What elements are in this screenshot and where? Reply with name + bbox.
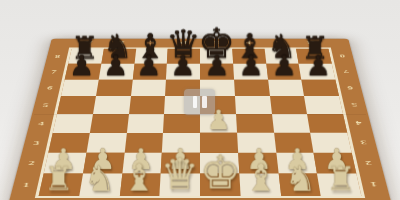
file-labels-top: ABCDEFGH (72, 40, 328, 46)
square-h2: ♟ (314, 153, 357, 174)
piece-white-knight-b1: ♞ (83, 161, 114, 196)
chess-photo: ♜♞♝♛♚♝♞♜♟♟♟♟♟♟♟♟♟♟♟♟♟♟♟♟♜♞♝♛♚♝♞♜ 8765432… (0, 0, 400, 200)
square-c6 (130, 80, 166, 97)
square-c1: ♝ (119, 174, 161, 196)
piece-black-knight-b8: ♞ (103, 31, 133, 64)
file-label-e: E (200, 40, 232, 46)
square-g2: ♟ (276, 153, 317, 174)
square-a8: ♜ (68, 49, 103, 64)
rank-label-2: 2 (358, 153, 379, 174)
square-c4 (126, 114, 164, 133)
piece-black-bishop-f8: ♝ (234, 30, 265, 64)
square-e8: ♚ (200, 49, 233, 64)
square-e2 (200, 153, 239, 174)
rank-label-6: 6 (41, 80, 59, 97)
square-h8: ♜ (296, 49, 331, 64)
rank-label-1: 1 (363, 174, 385, 196)
square-h6 (301, 80, 339, 97)
square-b3 (86, 133, 126, 153)
rank-label-8: 8 (49, 49, 66, 64)
square-f6 (234, 80, 270, 97)
rank-label-5: 5 (36, 96, 55, 114)
square-e1: ♚ (200, 174, 240, 196)
rank-label-7: 7 (45, 64, 63, 80)
square-f4 (236, 114, 274, 133)
square-f7: ♟ (233, 64, 268, 80)
square-g6 (268, 80, 305, 97)
rank-label-8: 8 (334, 49, 351, 64)
square-c5 (129, 96, 166, 114)
square-g7: ♟ (266, 64, 302, 80)
square-g1: ♞ (278, 174, 321, 196)
square-d1: ♛ (160, 174, 200, 196)
square-b7: ♟ (99, 64, 135, 80)
file-label-f: F (232, 40, 264, 46)
square-e4: ♟ (200, 114, 237, 133)
square-a3 (48, 133, 89, 153)
piece-black-rook-a8: ♜ (71, 32, 99, 63)
square-f1: ♝ (239, 174, 281, 196)
piece-black-knight-g8: ♞ (267, 31, 297, 64)
square-b4 (90, 114, 129, 133)
file-label-a: A (72, 40, 105, 46)
piece-black-rook-h8: ♜ (301, 32, 329, 63)
square-g4 (272, 114, 311, 133)
square-h4 (307, 114, 347, 133)
rank-label-4: 4 (31, 114, 51, 133)
square-b5 (93, 96, 131, 114)
square-c8: ♝ (134, 49, 168, 64)
file-label-c: C (136, 40, 168, 46)
pause-button[interactable] (184, 89, 215, 115)
file-label-g: G (263, 40, 296, 46)
square-g3 (274, 133, 314, 153)
rank-label-7: 7 (337, 64, 355, 80)
square-d3 (162, 133, 200, 153)
square-h7: ♟ (299, 64, 335, 80)
square-h5 (304, 96, 343, 114)
rank-label-5: 5 (345, 96, 364, 114)
file-label-d: D (168, 40, 200, 46)
chess-board-frame: ♜♞♝♛♚♝♞♜♟♟♟♟♟♟♟♟♟♟♟♟♟♟♟♟♜♞♝♛♚♝♞♜ 8765432… (6, 39, 394, 200)
pause-icon (202, 96, 207, 108)
square-f8: ♝ (232, 49, 266, 64)
square-d4 (163, 114, 200, 133)
rank-label-2: 2 (21, 153, 42, 174)
rank-label-4: 4 (349, 114, 369, 133)
square-a5 (57, 96, 96, 114)
rank-label-6: 6 (341, 80, 359, 97)
square-d2: ♟ (161, 153, 200, 174)
square-f3 (237, 133, 276, 153)
square-b1: ♞ (79, 174, 122, 196)
rank-label-3: 3 (26, 133, 47, 153)
square-a4 (53, 114, 93, 133)
board-grid: ♜♞♝♛♚♝♞♜♟♟♟♟♟♟♟♟♟♟♟♟♟♟♟♟♜♞♝♛♚♝♞♜ (35, 47, 365, 198)
square-c3 (124, 133, 163, 153)
square-a1: ♜ (39, 174, 83, 196)
piece-black-bishop-c8: ♝ (135, 30, 166, 64)
square-e3 (200, 133, 238, 153)
file-label-h: H (295, 40, 328, 46)
square-e7: ♟ (200, 64, 234, 80)
square-a7: ♟ (65, 64, 101, 80)
square-f2: ♟ (238, 153, 278, 174)
file-label-b: B (104, 40, 137, 46)
square-b8: ♞ (101, 49, 136, 64)
pause-icon (193, 96, 198, 108)
square-a2: ♟ (44, 153, 87, 174)
square-c7: ♟ (132, 64, 167, 80)
rank-label-3: 3 (353, 133, 374, 153)
square-b6 (96, 80, 133, 97)
square-h1: ♜ (317, 174, 361, 196)
square-a6 (61, 80, 99, 97)
square-b2: ♟ (83, 153, 124, 174)
square-d7: ♟ (166, 64, 200, 80)
rank-label-1: 1 (15, 174, 37, 196)
square-c2: ♟ (122, 153, 162, 174)
square-d8: ♛ (167, 49, 200, 64)
piece-white-rook-a1: ♜ (44, 163, 73, 196)
square-g5 (270, 96, 308, 114)
square-f5 (235, 96, 272, 114)
square-h3 (310, 133, 351, 153)
piece-white-rook-h1: ♜ (327, 163, 356, 196)
piece-white-knight-g1: ♞ (285, 161, 316, 196)
square-g8: ♞ (264, 49, 299, 64)
